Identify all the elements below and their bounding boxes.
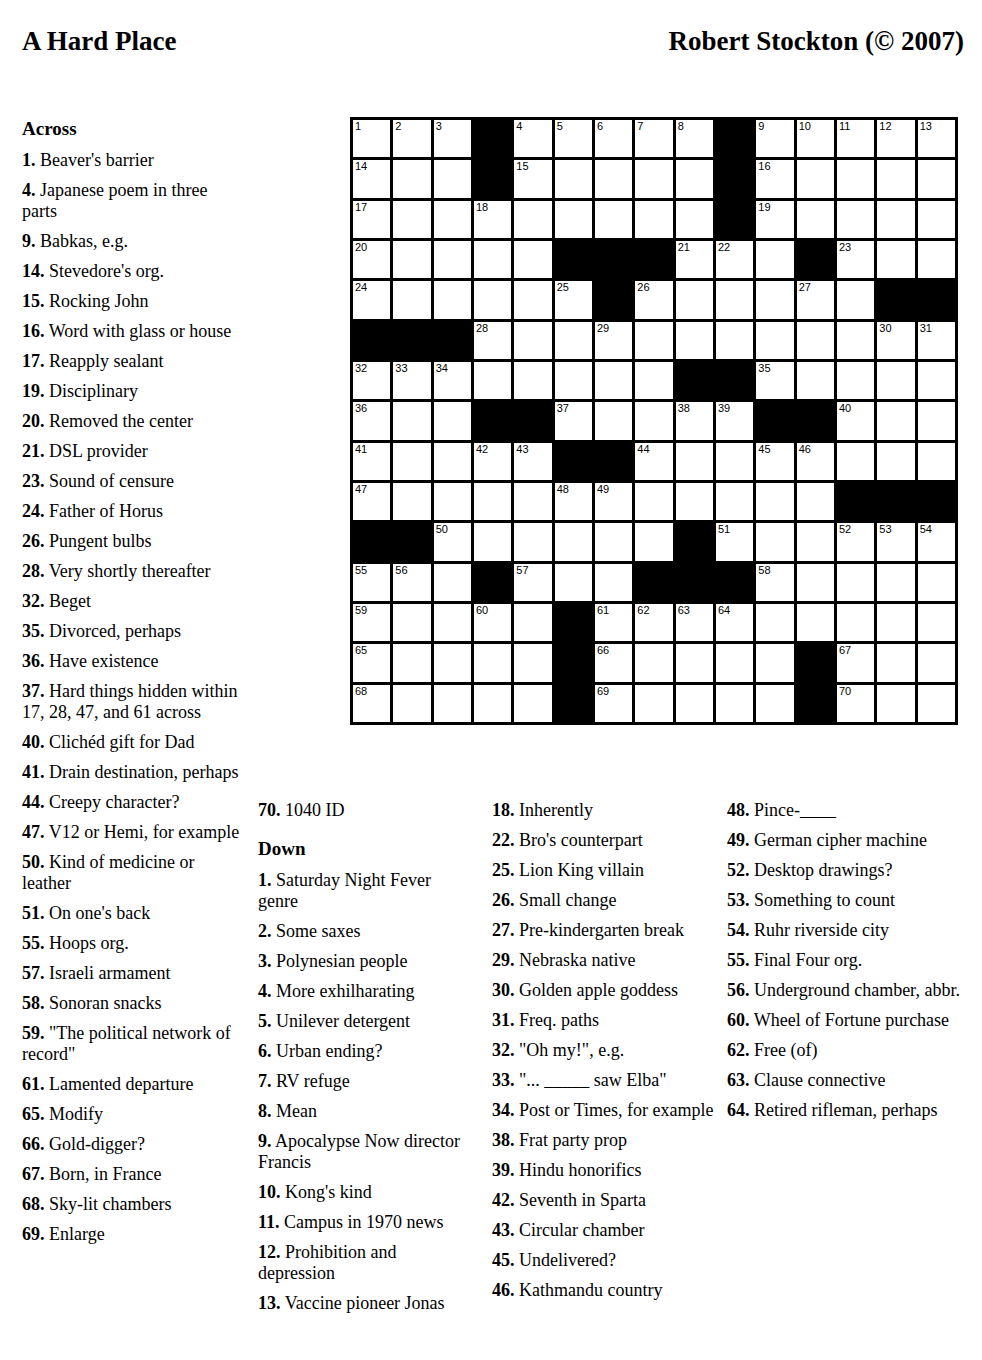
grid-cell[interactable] [434, 685, 471, 722]
grid-cell[interactable]: 65 [353, 644, 390, 681]
grid-cell[interactable] [434, 443, 471, 480]
grid-cell[interactable] [555, 201, 592, 238]
clue-number: 45. [492, 1250, 515, 1270]
clue-down-52: 52. Desktop drawings? [727, 860, 967, 881]
cell-number: 44 [637, 443, 649, 456]
grid-cell[interactable] [393, 443, 430, 480]
grid-cell[interactable] [393, 644, 430, 681]
grid-cell[interactable] [474, 523, 511, 560]
clue-text: Golden apple goddess [515, 980, 678, 1000]
clue-text: Sound of censure [45, 471, 174, 491]
grid-cell[interactable] [877, 362, 914, 399]
clue-text: Hindu honorifics [515, 1160, 642, 1180]
clue-text: Drain destination, perhaps [45, 762, 239, 782]
clue-text: Freq. paths [515, 1010, 600, 1030]
grid-cell[interactable] [797, 523, 834, 560]
cell-number: 66 [597, 644, 609, 657]
grid-cell[interactable]: 58 [756, 564, 793, 601]
grid-cell[interactable] [676, 644, 713, 681]
grid-cell[interactable]: 44 [635, 443, 672, 480]
clue-number: 14. [22, 261, 45, 281]
grid-cell[interactable]: 5 [555, 120, 592, 157]
grid-cell[interactable] [595, 523, 632, 560]
grid-cell[interactable] [756, 322, 793, 359]
grid-cell[interactable] [635, 160, 672, 197]
grid-cell[interactable] [474, 241, 511, 278]
clue-number: 4. [22, 180, 36, 200]
clue-down-27: 27. Pre-kindergarten break [492, 920, 716, 941]
grid-cell[interactable]: 47 [353, 483, 390, 520]
grid-cell[interactable]: 52 [837, 523, 874, 560]
grid-block [837, 483, 874, 520]
cell-number: 6 [597, 120, 603, 133]
grid-cell[interactable]: 59 [353, 604, 390, 641]
clue-text: Kong's kind [281, 1182, 372, 1202]
clue-down-29: 29. Nebraska native [492, 950, 716, 971]
grid-cell[interactable]: 41 [353, 443, 390, 480]
grid-cell[interactable] [837, 322, 874, 359]
grid-cell[interactable]: 60 [474, 604, 511, 641]
clue-across-44: 44. Creepy character? [22, 792, 242, 813]
grid-cell[interactable]: 50 [434, 523, 471, 560]
grid-cell[interactable]: 13 [918, 120, 955, 157]
clue-across-28: 28. Very shortly thereafter [22, 561, 242, 582]
cell-number: 5 [557, 120, 563, 133]
clue-number: 12. [258, 1242, 281, 1262]
grid-cell[interactable]: 32 [353, 362, 390, 399]
clue-down-42: 42. Seventh in Sparta [492, 1190, 716, 1211]
grid-cell[interactable] [918, 564, 955, 601]
grid-cell[interactable] [837, 443, 874, 480]
grid-cell[interactable] [434, 281, 471, 318]
grid-cell[interactable] [676, 483, 713, 520]
grid-cell[interactable] [393, 201, 430, 238]
grid-cell[interactable]: 34 [434, 362, 471, 399]
grid-cell[interactable]: 6 [595, 120, 632, 157]
clue-text: Born, in France [45, 1164, 162, 1184]
grid-cell[interactable]: 1 [353, 120, 390, 157]
clue-number: 8. [258, 1101, 272, 1121]
grid-cell[interactable] [877, 402, 914, 439]
grid-cell[interactable]: 45 [756, 443, 793, 480]
clue-number: 30. [492, 980, 515, 1000]
grid-cell[interactable] [918, 685, 955, 722]
clue-number: 11. [258, 1212, 280, 1232]
clue-number: 27. [492, 920, 515, 940]
grid-cell[interactable]: 54 [918, 523, 955, 560]
cell-number: 59 [355, 604, 367, 617]
grid-cell[interactable]: 7 [635, 120, 672, 157]
grid-cell[interactable] [716, 443, 753, 480]
grid-cell[interactable] [877, 604, 914, 641]
clue-across-26: 26. Pungent bulbs [22, 531, 242, 552]
grid-cell[interactable] [434, 483, 471, 520]
grid-cell[interactable]: 39 [716, 402, 753, 439]
grid-cell[interactable] [918, 443, 955, 480]
clue-down-13: 13. Vaccine pioneer Jonas [258, 1293, 473, 1314]
grid-cell[interactable]: 56 [393, 564, 430, 601]
grid-cell[interactable] [756, 281, 793, 318]
grid-cell[interactable] [756, 241, 793, 278]
grid-cell[interactable] [756, 523, 793, 560]
grid-cell[interactable] [877, 241, 914, 278]
cell-number: 11 [839, 120, 850, 133]
cell-number: 49 [597, 483, 609, 496]
clue-number: 42. [492, 1190, 515, 1210]
grid-cell[interactable] [555, 322, 592, 359]
clue-text: Divorced, perhaps [45, 621, 181, 641]
clue-number: 23. [22, 471, 45, 491]
grid-block [474, 402, 511, 439]
grid-cell[interactable] [918, 241, 955, 278]
grid-cell[interactable] [434, 241, 471, 278]
clue-number: 9. [258, 1131, 272, 1151]
grid-cell[interactable]: 15 [514, 160, 551, 197]
cell-number: 21 [678, 241, 690, 254]
grid-cell[interactable] [393, 281, 430, 318]
grid-cell[interactable] [837, 604, 874, 641]
grid-cell[interactable]: 30 [877, 322, 914, 359]
clue-across-59: 59. "The political network of record" [22, 1023, 242, 1065]
clue-number: 57. [22, 963, 45, 983]
grid-cell[interactable]: 43 [514, 443, 551, 480]
clue-number: 49. [727, 830, 750, 850]
clue-text: Nebraska native [515, 950, 636, 970]
clue-across-41: 41. Drain destination, perhaps [22, 762, 242, 783]
grid-cell[interactable]: 26 [635, 281, 672, 318]
clue-text: V12 or Hemi, for example [45, 822, 240, 842]
clue-across-16: 16. Word with glass or house [22, 321, 242, 342]
clue-text: Post or Times, for example [515, 1100, 714, 1120]
grid-cell[interactable] [635, 483, 672, 520]
grid-cell[interactable] [676, 322, 713, 359]
grid-cell[interactable] [635, 322, 672, 359]
clue-number: 10. [258, 1182, 281, 1202]
clue-text: Reapply sealant [45, 351, 164, 371]
grid-cell[interactable] [393, 604, 430, 641]
grid-cell[interactable] [635, 523, 672, 560]
grid-block [676, 564, 713, 601]
grid-cell[interactable] [676, 201, 713, 238]
grid-cell[interactable] [918, 362, 955, 399]
cell-number: 55 [355, 564, 367, 577]
grid-cell[interactable]: 4 [514, 120, 551, 157]
grid-cell[interactable] [474, 362, 511, 399]
grid-cell[interactable] [393, 483, 430, 520]
grid-cell[interactable] [514, 322, 551, 359]
grid-cell[interactable] [393, 160, 430, 197]
grid-cell[interactable] [595, 160, 632, 197]
grid-cell[interactable] [756, 644, 793, 681]
grid-cell[interactable] [514, 281, 551, 318]
grid-cell[interactable]: 18 [474, 201, 511, 238]
grid-cell[interactable] [555, 160, 592, 197]
grid-cell[interactable] [877, 201, 914, 238]
grid-cell[interactable] [837, 564, 874, 601]
grid-block [797, 402, 834, 439]
grid-cell[interactable]: 8 [676, 120, 713, 157]
clue-across-57: 57. Israeli armament [22, 963, 242, 984]
clue-down-49: 49. German cipher machine [727, 830, 967, 851]
grid-cell[interactable]: 55 [353, 564, 390, 601]
grid-cell[interactable] [434, 160, 471, 197]
clue-text: Removed the center [45, 411, 193, 431]
grid-cell[interactable]: 19 [756, 201, 793, 238]
cell-number: 28 [476, 322, 488, 335]
cell-number: 62 [637, 604, 649, 617]
clue-down-2: 2. Some saxes [258, 921, 473, 942]
clue-text: Enlarge [45, 1224, 105, 1244]
clue-text: Free (of) [750, 1040, 818, 1060]
clue-down-46: 46. Kathmandu country [492, 1280, 716, 1301]
grid-cell[interactable] [514, 685, 551, 722]
grid-cell[interactable]: 31 [918, 322, 955, 359]
grid-cell[interactable]: 37 [555, 402, 592, 439]
grid-cell[interactable] [797, 564, 834, 601]
clue-down-45: 45. Undelivered? [492, 1250, 716, 1271]
grid-cell[interactable] [716, 685, 753, 722]
clue-text: "Oh my!", e.g. [515, 1040, 625, 1060]
clue-number: 65. [22, 1104, 45, 1124]
crossword-grid: 1234567891011121314151617181920212223242… [350, 117, 958, 725]
grid-cell[interactable]: 22 [716, 241, 753, 278]
grid-cell[interactable]: 36 [353, 402, 390, 439]
grid-cell[interactable]: 14 [353, 160, 390, 197]
grid-block [756, 402, 793, 439]
grid-cell[interactable] [877, 443, 914, 480]
clue-number: 3. [258, 951, 272, 971]
grid-cell[interactable] [756, 685, 793, 722]
clue-text: Pungent bulbs [45, 531, 152, 551]
grid-cell[interactable] [756, 483, 793, 520]
grid-cell[interactable]: 66 [595, 644, 632, 681]
grid-cell[interactable] [434, 604, 471, 641]
clue-text: Final Four org. [750, 950, 863, 970]
grid-cell[interactable] [756, 604, 793, 641]
grid-cell[interactable]: 38 [676, 402, 713, 439]
grid-cell[interactable]: 64 [716, 604, 753, 641]
grid-cell[interactable]: 28 [474, 322, 511, 359]
grid-cell[interactable] [393, 402, 430, 439]
grid-cell[interactable] [918, 201, 955, 238]
grid-cell[interactable] [797, 160, 834, 197]
grid-cell[interactable]: 11 [837, 120, 874, 157]
grid-cell[interactable] [434, 564, 471, 601]
grid-cell[interactable] [716, 644, 753, 681]
grid-cell[interactable]: 48 [555, 483, 592, 520]
grid-cell[interactable] [514, 604, 551, 641]
clue-text: Word with glass or house [45, 321, 232, 341]
clue-number: 28. [22, 561, 45, 581]
grid-cell[interactable] [434, 644, 471, 681]
grid-cell[interactable]: 24 [353, 281, 390, 318]
grid-block [716, 362, 753, 399]
cell-number: 57 [516, 564, 528, 577]
grid-cell[interactable] [635, 201, 672, 238]
grid-cell[interactable] [918, 402, 955, 439]
clue-down-39: 39. Hindu honorifics [492, 1160, 716, 1181]
grid-cell[interactable]: 16 [756, 160, 793, 197]
cell-number: 26 [637, 281, 649, 294]
clue-across-35: 35. Divorced, perhaps [22, 621, 242, 642]
grid-cell[interactable] [918, 604, 955, 641]
cell-number: 16 [758, 160, 770, 173]
grid-cell[interactable]: 51 [716, 523, 753, 560]
grid-cell[interactable] [555, 362, 592, 399]
grid-cell[interactable]: 10 [797, 120, 834, 157]
grid-cell[interactable]: 2 [393, 120, 430, 157]
cell-number: 58 [758, 564, 770, 577]
grid-cell[interactable] [877, 160, 914, 197]
clue-number: 33. [492, 1070, 515, 1090]
clue-down-25: 25. Lion King villain [492, 860, 716, 881]
grid-cell[interactable]: 70 [837, 685, 874, 722]
cell-number: 25 [557, 281, 569, 294]
grid-cell[interactable] [918, 644, 955, 681]
grid-block [676, 362, 713, 399]
clue-across-32: 32. Beget [22, 591, 242, 612]
grid-cell[interactable] [635, 685, 672, 722]
grid-cell[interactable] [877, 685, 914, 722]
clue-text: Pre-kindergarten break [515, 920, 685, 940]
grid-cell[interactable]: 17 [353, 201, 390, 238]
grid-cell[interactable] [595, 362, 632, 399]
clue-text: Campus in 1970 news [280, 1212, 444, 1232]
cell-number: 31 [920, 322, 932, 335]
grid-cell[interactable] [635, 362, 672, 399]
clue-number: 59. [22, 1023, 45, 1043]
grid-cell[interactable]: 40 [837, 402, 874, 439]
grid-cell[interactable]: 29 [595, 322, 632, 359]
grid-cell[interactable]: 21 [676, 241, 713, 278]
grid-cell[interactable] [837, 281, 874, 318]
cell-number: 52 [839, 523, 851, 536]
grid-cell[interactable] [635, 644, 672, 681]
grid-cell[interactable] [474, 685, 511, 722]
grid-cell[interactable] [797, 604, 834, 641]
grid-cell[interactable] [514, 201, 551, 238]
clue-across-17: 17. Reapply sealant [22, 351, 242, 372]
grid-block [353, 523, 390, 560]
grid-cell[interactable] [393, 241, 430, 278]
clue-down-53: 53. Something to count [727, 890, 967, 911]
clue-across-9: 9. Babkas, e.g. [22, 231, 242, 252]
grid-cell[interactable]: 62 [635, 604, 672, 641]
clue-text: "... _____ saw Elba" [515, 1070, 667, 1090]
clue-across-68: 68. Sky-lit chambers [22, 1194, 242, 1215]
clue-number: 62. [727, 1040, 750, 1060]
grid-cell[interactable] [918, 160, 955, 197]
grid-cell[interactable] [797, 362, 834, 399]
grid-cell[interactable]: 12 [877, 120, 914, 157]
grid-cell[interactable] [797, 201, 834, 238]
grid-cell[interactable] [474, 281, 511, 318]
grid-cell[interactable] [595, 402, 632, 439]
grid-block [595, 443, 632, 480]
grid-block [514, 402, 551, 439]
grid-cell[interactable]: 27 [797, 281, 834, 318]
clue-number: 38. [492, 1130, 515, 1150]
clue-text: "The political network of record" [22, 1023, 231, 1064]
grid-cell[interactable] [514, 483, 551, 520]
grid-cell[interactable]: 49 [595, 483, 632, 520]
grid-cell[interactable]: 68 [353, 685, 390, 722]
grid-cell[interactable] [635, 402, 672, 439]
clue-number: 29. [492, 950, 515, 970]
clue-text: More exhilharating [272, 981, 415, 1001]
grid-cell[interactable] [837, 362, 874, 399]
grid-cell[interactable] [555, 564, 592, 601]
grid-cell[interactable]: 25 [555, 281, 592, 318]
clue-down-18: 18. Inherently [492, 800, 716, 821]
grid-cell[interactable]: 63 [676, 604, 713, 641]
clue-down-6: 6. Urban ending? [258, 1041, 473, 1062]
grid-cell[interactable]: 46 [797, 443, 834, 480]
grid-cell[interactable] [514, 241, 551, 278]
grid-cell[interactable]: 67 [837, 644, 874, 681]
grid-cell[interactable] [474, 644, 511, 681]
grid-cell[interactable]: 33 [393, 362, 430, 399]
grid-cell[interactable] [797, 322, 834, 359]
cell-number: 8 [678, 120, 684, 133]
grid-cell[interactable]: 3 [434, 120, 471, 157]
grid-cell[interactable] [716, 281, 753, 318]
clue-column-2: 70. 1040 IDDown1. Saturday Night Fever g… [258, 800, 473, 1323]
cell-number: 42 [476, 443, 488, 456]
grid-cell[interactable] [676, 281, 713, 318]
grid-cell[interactable] [716, 322, 753, 359]
grid-cell[interactable] [474, 483, 511, 520]
grid-cell[interactable] [434, 201, 471, 238]
grid-cell[interactable] [595, 201, 632, 238]
grid-block [877, 281, 914, 318]
clue-number: 37. [22, 681, 45, 701]
grid-cell[interactable] [393, 685, 430, 722]
grid-cell[interactable] [877, 564, 914, 601]
grid-cell[interactable]: 69 [595, 685, 632, 722]
grid-cell[interactable]: 57 [514, 564, 551, 601]
clue-number: 53. [727, 890, 750, 910]
grid-cell[interactable]: 9 [756, 120, 793, 157]
grid-cell[interactable]: 53 [877, 523, 914, 560]
grid-cell[interactable] [434, 402, 471, 439]
clue-number: 39. [492, 1160, 515, 1180]
grid-cell[interactable]: 61 [595, 604, 632, 641]
grid-cell[interactable] [595, 564, 632, 601]
grid-cell[interactable] [514, 362, 551, 399]
clue-text: Pince-____ [750, 800, 836, 820]
clue-number: 2. [258, 921, 272, 941]
clue-number: 64. [727, 1100, 750, 1120]
grid-cell[interactable]: 35 [756, 362, 793, 399]
grid-cell[interactable] [514, 523, 551, 560]
grid-cell[interactable] [676, 160, 713, 197]
grid-cell[interactable]: 20 [353, 241, 390, 278]
grid-cell[interactable] [514, 644, 551, 681]
grid-cell[interactable] [555, 523, 592, 560]
grid-cell[interactable] [716, 483, 753, 520]
clue-number: 18. [492, 800, 515, 820]
grid-cell[interactable]: 42 [474, 443, 511, 480]
grid-cell[interactable] [877, 644, 914, 681]
grid-cell[interactable] [837, 201, 874, 238]
clue-across-1: 1. Beaver's barrier [22, 150, 242, 171]
grid-cell[interactable] [797, 483, 834, 520]
grid-cell[interactable] [676, 685, 713, 722]
grid-cell[interactable]: 23 [837, 241, 874, 278]
grid-cell[interactable] [837, 160, 874, 197]
grid-cell[interactable] [676, 443, 713, 480]
